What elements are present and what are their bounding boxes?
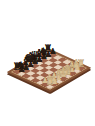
- chess-set-photo: ♜♞♝♛♚♝♞♜♟♟♟♟♟♟♟♟♟♟♟♟♟♟♟♟♜♞♝♛♚♝♞♜: [0, 0, 95, 126]
- black-pawn: ♟: [18, 66, 25, 74]
- white-rook: ♜: [45, 77, 54, 87]
